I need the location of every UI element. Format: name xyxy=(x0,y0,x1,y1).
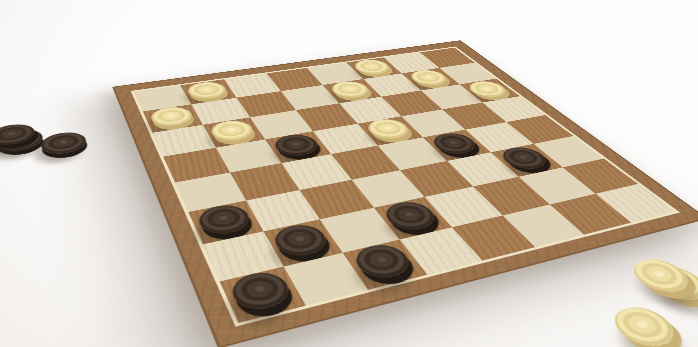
dark-piece-c5[interactable] xyxy=(270,132,324,158)
board-pinstripe-frame xyxy=(131,47,680,327)
light-piece-b8[interactable] xyxy=(184,80,230,100)
photo-scene xyxy=(0,0,698,347)
light-piece-a7[interactable] xyxy=(148,105,196,128)
off-board-pieces xyxy=(0,0,501,47)
board-grid xyxy=(134,48,675,323)
checkers-board xyxy=(112,40,698,347)
table-plane xyxy=(0,0,698,347)
captured-light-piece-1[interactable] xyxy=(603,302,685,347)
light-piece-b6[interactable] xyxy=(207,118,258,143)
captured-dark-piece-3[interactable] xyxy=(39,130,89,157)
